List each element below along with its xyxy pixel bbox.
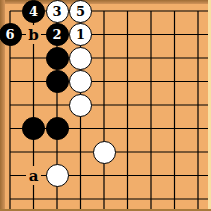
board-cell: 5 bbox=[69, 0, 93, 23]
black-stone: 4 bbox=[22, 0, 45, 23]
board-cell bbox=[186, 23, 210, 47]
board-cell: 2 bbox=[45, 23, 69, 47]
white-stone: 1 bbox=[69, 23, 92, 46]
board-cell bbox=[116, 187, 140, 211]
board-cell bbox=[139, 0, 163, 23]
black-stone bbox=[46, 47, 69, 70]
move-number: 5 bbox=[76, 5, 85, 18]
board-cell: 1 bbox=[69, 23, 93, 47]
board-cell bbox=[69, 187, 93, 211]
board-cell bbox=[0, 70, 22, 94]
board-cell bbox=[139, 187, 163, 211]
board-cell bbox=[69, 70, 93, 94]
black-stone bbox=[46, 117, 69, 140]
board-cell bbox=[163, 93, 187, 117]
board-cell bbox=[163, 46, 187, 70]
board-cell bbox=[139, 93, 163, 117]
board-cell bbox=[186, 0, 210, 23]
board-cell bbox=[0, 164, 22, 188]
board-cell bbox=[45, 93, 69, 117]
black-stone bbox=[46, 70, 69, 93]
board-cell bbox=[0, 93, 22, 117]
board-cell bbox=[163, 0, 187, 23]
board-cell bbox=[92, 93, 116, 117]
white-stone bbox=[46, 164, 69, 187]
board-cell bbox=[92, 140, 116, 164]
board-cell bbox=[92, 0, 116, 23]
white-stone: 3 bbox=[46, 0, 69, 23]
board-cell bbox=[163, 164, 187, 188]
board-cell bbox=[116, 23, 140, 47]
board-cell bbox=[0, 117, 22, 141]
board-cell bbox=[186, 93, 210, 117]
white-stone bbox=[93, 141, 116, 164]
board-cell bbox=[186, 117, 210, 141]
black-stone: 2 bbox=[46, 23, 69, 46]
white-stone bbox=[69, 94, 92, 117]
board-cell bbox=[69, 164, 93, 188]
board-cell bbox=[116, 93, 140, 117]
board-cell: 3 bbox=[45, 0, 69, 23]
board-cell bbox=[0, 46, 22, 70]
move-number: 4 bbox=[29, 5, 38, 18]
board-cell bbox=[22, 70, 46, 94]
board-cell bbox=[116, 117, 140, 141]
board-cell bbox=[69, 93, 93, 117]
board-cell bbox=[45, 70, 69, 94]
board-cell bbox=[22, 117, 46, 141]
board-cell bbox=[186, 187, 210, 211]
go-board-diagram: 4356b21a bbox=[0, 0, 211, 211]
point-label-b: b bbox=[26, 25, 41, 44]
board-cell bbox=[22, 46, 46, 70]
stones-layer: 4356b21a bbox=[0, 0, 210, 211]
board-cell bbox=[69, 46, 93, 70]
board-cell bbox=[22, 93, 46, 117]
move-number: 2 bbox=[52, 28, 61, 41]
board-cell bbox=[186, 164, 210, 188]
board-cell bbox=[139, 70, 163, 94]
board-cell bbox=[92, 23, 116, 47]
board-cell bbox=[69, 140, 93, 164]
board-cell bbox=[92, 164, 116, 188]
black-stone: 6 bbox=[0, 23, 22, 46]
point-label-a: a bbox=[26, 166, 41, 185]
white-stone bbox=[69, 47, 92, 70]
board-cell bbox=[163, 70, 187, 94]
board-cell bbox=[92, 70, 116, 94]
board-cell bbox=[45, 140, 69, 164]
board-cell bbox=[0, 187, 22, 211]
board-cell bbox=[186, 70, 210, 94]
board-cell bbox=[163, 187, 187, 211]
board-cell bbox=[139, 140, 163, 164]
move-number: 6 bbox=[5, 28, 14, 41]
board-cell bbox=[45, 164, 69, 188]
board-cell bbox=[116, 0, 140, 23]
board-cell bbox=[116, 46, 140, 70]
board-cell bbox=[22, 140, 46, 164]
board-cell bbox=[139, 164, 163, 188]
board-cell bbox=[116, 140, 140, 164]
board-cell bbox=[163, 23, 187, 47]
move-number: 1 bbox=[76, 28, 85, 41]
board-cell bbox=[116, 70, 140, 94]
board-cell: b bbox=[22, 23, 46, 47]
board-cell bbox=[163, 117, 187, 141]
white-stone: 5 bbox=[69, 0, 92, 23]
board-cell bbox=[45, 187, 69, 211]
board-cell bbox=[139, 46, 163, 70]
board-cell bbox=[116, 164, 140, 188]
board-cell bbox=[186, 46, 210, 70]
board-cell: 6 bbox=[0, 23, 22, 47]
board-cell bbox=[22, 187, 46, 211]
board-cell bbox=[92, 46, 116, 70]
white-stone bbox=[69, 70, 92, 93]
board-cell bbox=[45, 46, 69, 70]
board-cell bbox=[0, 140, 22, 164]
board-cell bbox=[163, 140, 187, 164]
black-stone bbox=[22, 117, 45, 140]
board-cell: a bbox=[22, 164, 46, 188]
board-cell bbox=[69, 117, 93, 141]
board-cell bbox=[186, 140, 210, 164]
board-cell bbox=[45, 117, 69, 141]
board-cell bbox=[0, 0, 22, 23]
board-cell bbox=[92, 117, 116, 141]
board-cell bbox=[92, 187, 116, 211]
board-cell bbox=[139, 23, 163, 47]
move-number: 3 bbox=[52, 5, 61, 18]
board-cell bbox=[139, 117, 163, 141]
board-cell: 4 bbox=[22, 0, 46, 23]
